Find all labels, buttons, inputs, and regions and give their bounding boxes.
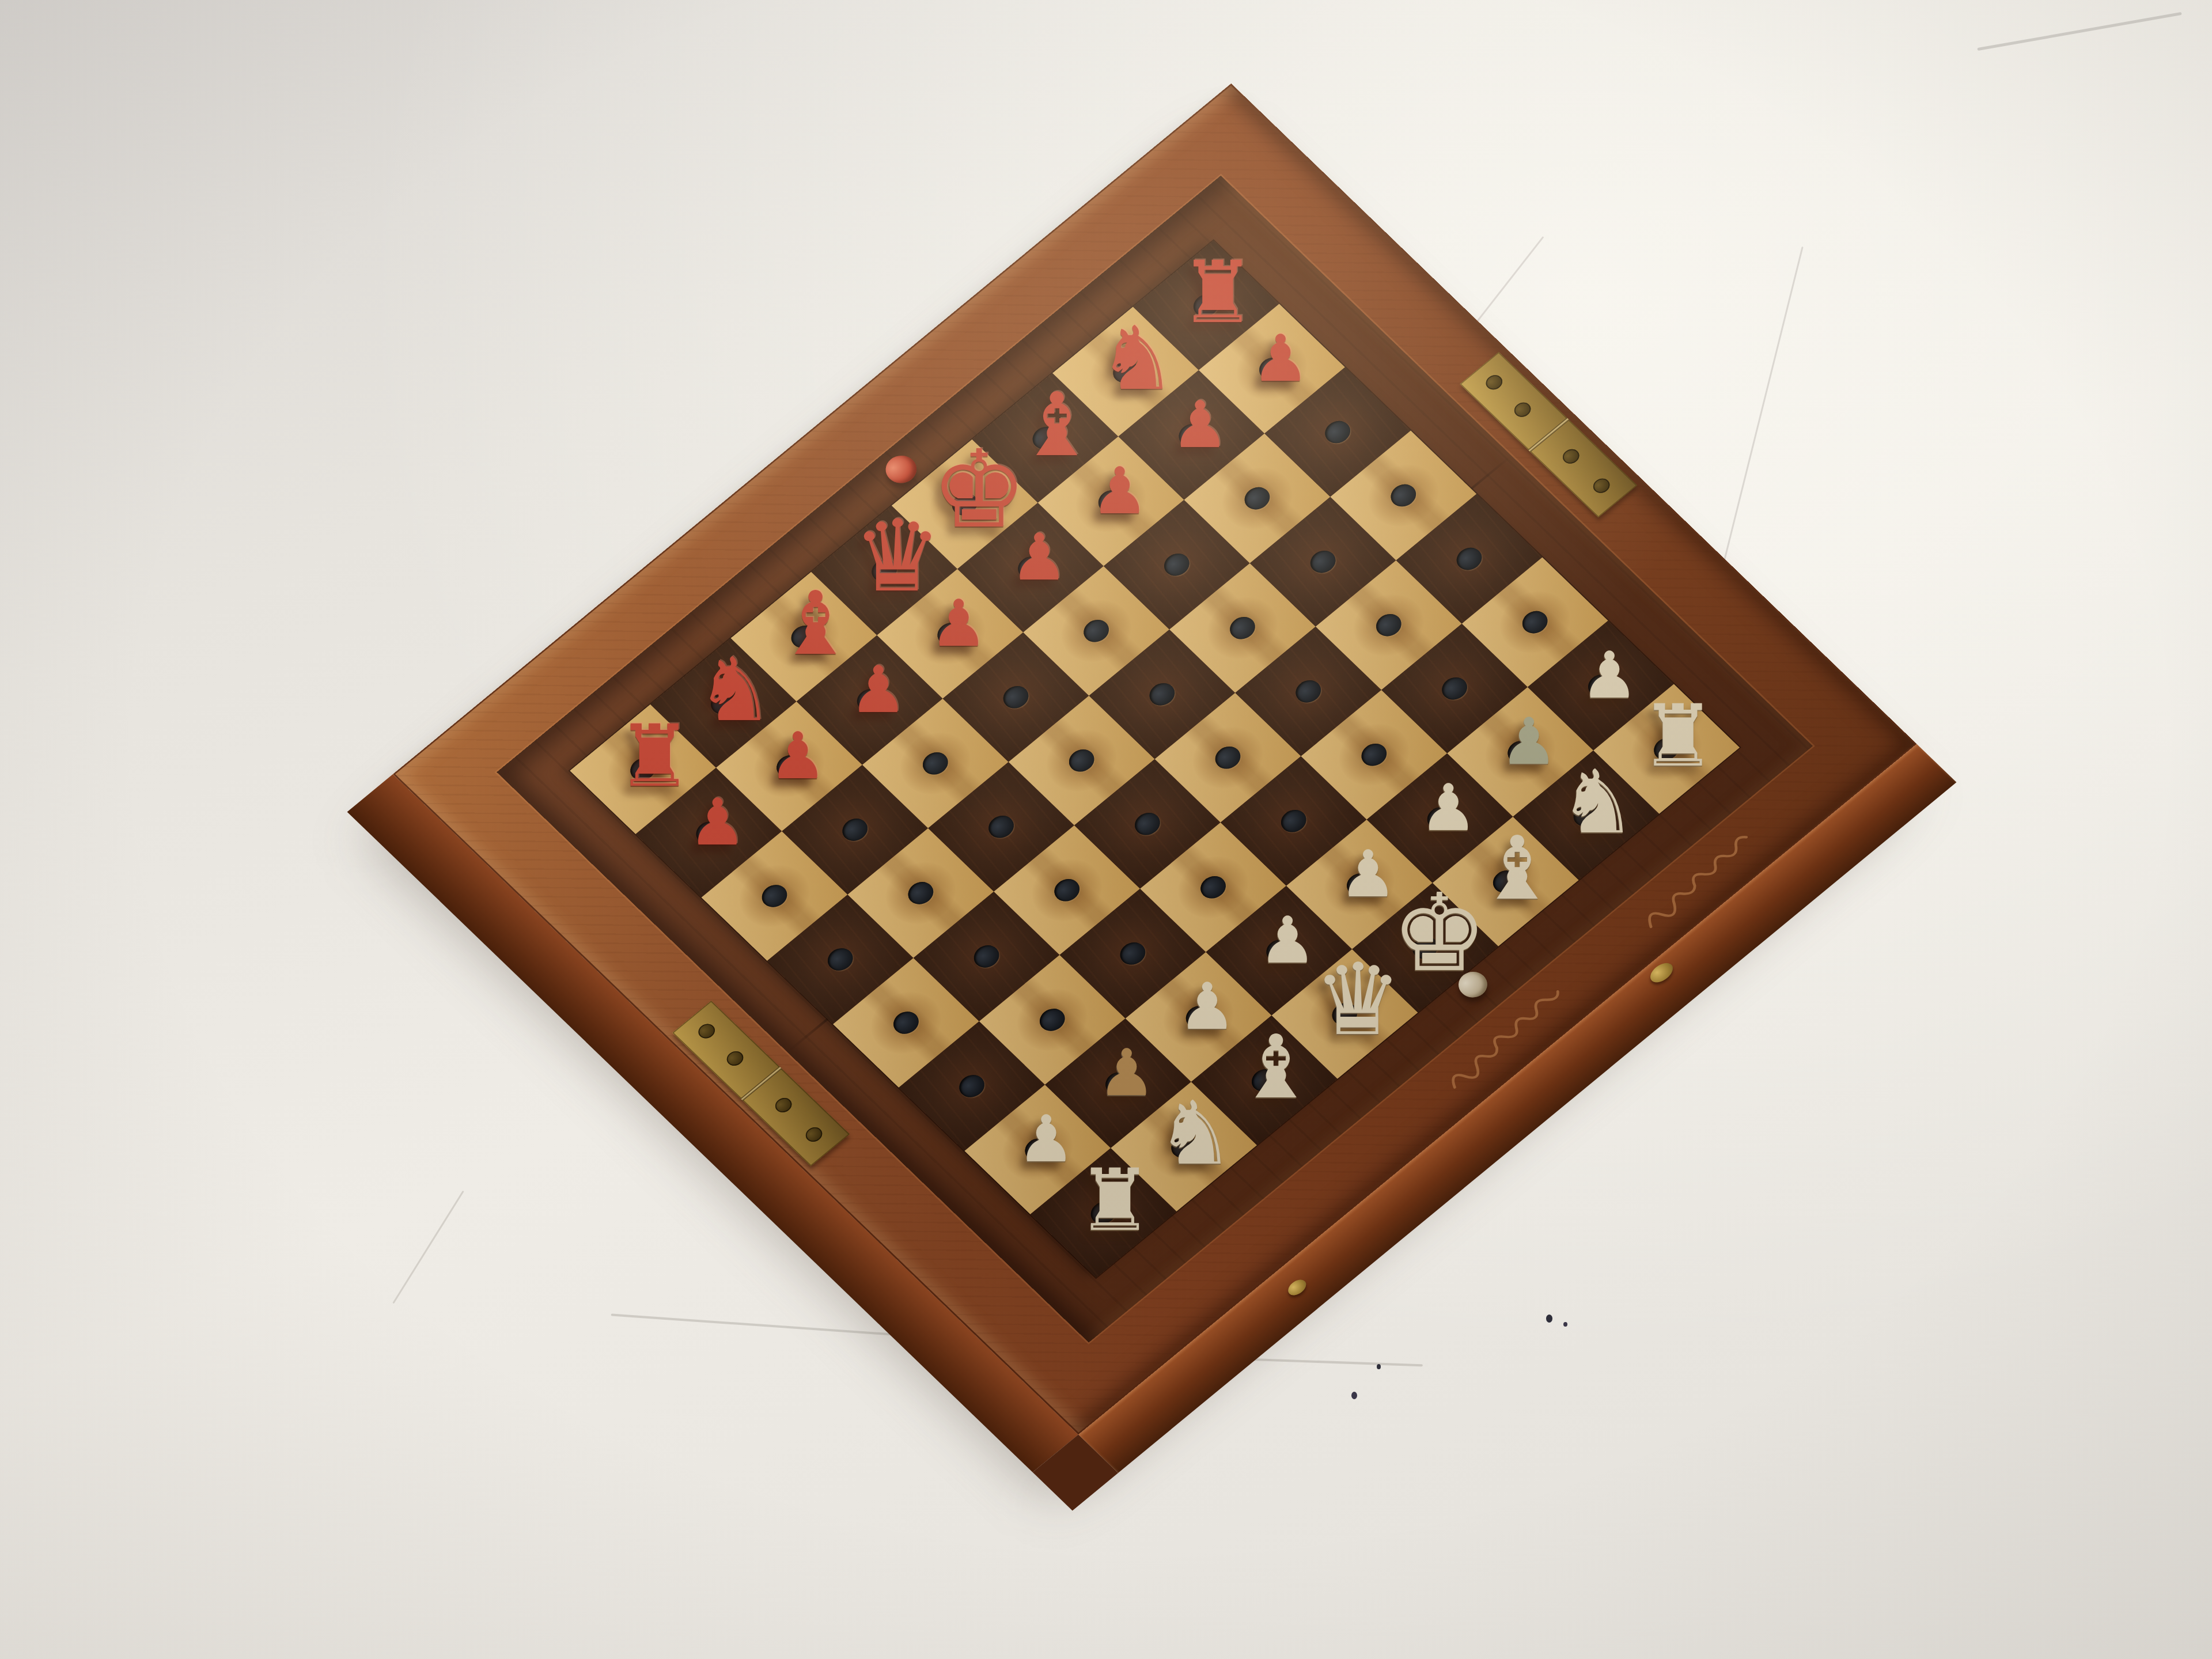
piece-ivory-pawn-a2: ♟ — [1017, 1107, 1075, 1171]
table-speck — [1351, 1392, 1357, 1399]
peg-hole-a4 — [888, 1007, 923, 1038]
peg-hole-f6 — [1159, 549, 1194, 580]
hinge-screw — [802, 1124, 825, 1145]
table-scratch — [1977, 12, 2181, 51]
piece-ivory-pawn-h2: ♟ — [1580, 643, 1638, 707]
table-speck — [1546, 1315, 1552, 1323]
peg-hole-g4 — [1371, 609, 1406, 641]
peg-hole-g5 — [1305, 546, 1340, 577]
brass-catch-front-f1 — [1646, 959, 1677, 986]
hinge-screw — [695, 1021, 718, 1041]
piece-red-knight-g8: ♞ — [1098, 315, 1176, 403]
peg-hole-e6 — [1078, 615, 1113, 646]
piece-ivory-king-e1: ♚ — [1391, 880, 1487, 987]
peg-hole-c6 — [918, 748, 953, 779]
peg-hole-d3 — [1195, 872, 1230, 903]
peg-hole-a5 — [823, 944, 858, 975]
peg-hole-b4 — [969, 941, 1004, 972]
piece-red-rook-h8: ♜ — [1179, 250, 1256, 335]
peg-hole-a6 — [757, 880, 792, 911]
peg-hole-e3 — [1276, 805, 1311, 836]
peg-hole-b3 — [1035, 1004, 1070, 1035]
peg-hole-c3 — [1115, 938, 1150, 969]
piece-red-knight-b8: ♞ — [696, 646, 774, 734]
peg-hole-h3 — [1517, 607, 1552, 638]
piece-red-pawn-e7: ♟ — [1010, 525, 1068, 589]
table-scratch — [1724, 247, 1803, 560]
peg-hole-c4 — [1050, 874, 1085, 906]
peg-hole-f3 — [1357, 739, 1392, 770]
piece-ivory-pawn-f2: ♟ — [1419, 775, 1477, 840]
peg-hole-d5 — [1064, 745, 1099, 776]
peg-hole-g6 — [1240, 483, 1275, 514]
peg-hole-d4 — [1130, 808, 1165, 839]
hinge-screw — [1559, 446, 1582, 467]
peg-hole-h5 — [1386, 480, 1421, 511]
piece-red-queen-d8: ♛ — [853, 507, 942, 606]
peg-hole-b5 — [903, 877, 938, 908]
peg-hole-e5 — [1145, 679, 1180, 710]
peg-hole-e4 — [1210, 742, 1245, 773]
piece-ivory-bishop-f1: ♝ — [1478, 825, 1556, 912]
piece-ivory-pawn-b2: ♟ — [1098, 1040, 1156, 1105]
piece-ivory-knight-g1: ♞ — [1558, 759, 1637, 846]
peg-hole-a3 — [954, 1070, 989, 1101]
hinge-screw — [1511, 399, 1534, 420]
piece-red-pawn-g7: ♟ — [1171, 392, 1229, 457]
photo-background: ♜♞♝♛♚♝♞♜♟♟♟♟♟♟♟♟♟♟♟♟♟♟♟♟♜♞♝♛♚♝♞♜ — [0, 0, 2212, 1659]
piece-red-pawn-a7: ♟ — [688, 790, 746, 854]
piece-ivory-pawn-d2: ♟ — [1259, 908, 1316, 972]
peg-hole-g3 — [1437, 673, 1472, 704]
peg-hole-b6 — [838, 814, 873, 845]
piece-ivory-knight-b1: ♞ — [1156, 1090, 1234, 1177]
hinge-screw — [1483, 372, 1506, 393]
piece-ivory-queen-d1: ♛ — [1313, 950, 1402, 1050]
piece-ivory-pawn-c2: ♟ — [1178, 974, 1236, 1039]
piece-red-bishop-c8: ♝ — [776, 580, 854, 668]
piece-ivory-rook-h1: ♜ — [1639, 694, 1716, 779]
piece-red-pawn-d7: ♟ — [930, 591, 987, 656]
hinge-screw — [1590, 475, 1613, 496]
peg-hole-h6 — [1320, 416, 1355, 448]
piece-red-pawn-b7: ♟ — [769, 724, 827, 788]
piece-ivory-rook-a1: ♜ — [1077, 1158, 1153, 1243]
peg-hole-f4 — [1290, 676, 1325, 707]
piece-red-bishop-f8: ♝ — [1017, 381, 1096, 469]
piece-red-pawn-f7: ♟ — [1090, 459, 1148, 523]
peg-hole-c5 — [983, 811, 1018, 842]
brass-catch-front-b1 — [1285, 1277, 1309, 1298]
piece-red-pawn-c7: ♟ — [849, 657, 907, 722]
peg-hole-h4 — [1452, 543, 1487, 574]
table-scratch — [392, 1191, 464, 1304]
peg-hole-d6 — [998, 681, 1033, 713]
hinge-screw — [724, 1048, 747, 1069]
table-speck — [1377, 1364, 1381, 1369]
piece-ivory-pawn-g2: ♟ — [1500, 709, 1558, 774]
piece-red-pawn-h7: ♟ — [1252, 326, 1309, 391]
piece-red-rook-a8: ♜ — [616, 714, 692, 800]
chess-box: ♜♞♝♛♚♝♞♜♟♟♟♟♟♟♟♟♟♟♟♟♟♟♟♟♜♞♝♛♚♝♞♜ — [393, 84, 1916, 1434]
piece-ivory-bishop-c1: ♝ — [1237, 1024, 1315, 1111]
table-speck — [1563, 1322, 1567, 1327]
piece-ivory-pawn-e2: ♟ — [1339, 842, 1397, 906]
hinge-screw — [772, 1095, 795, 1116]
peg-hole-f5 — [1225, 612, 1260, 643]
